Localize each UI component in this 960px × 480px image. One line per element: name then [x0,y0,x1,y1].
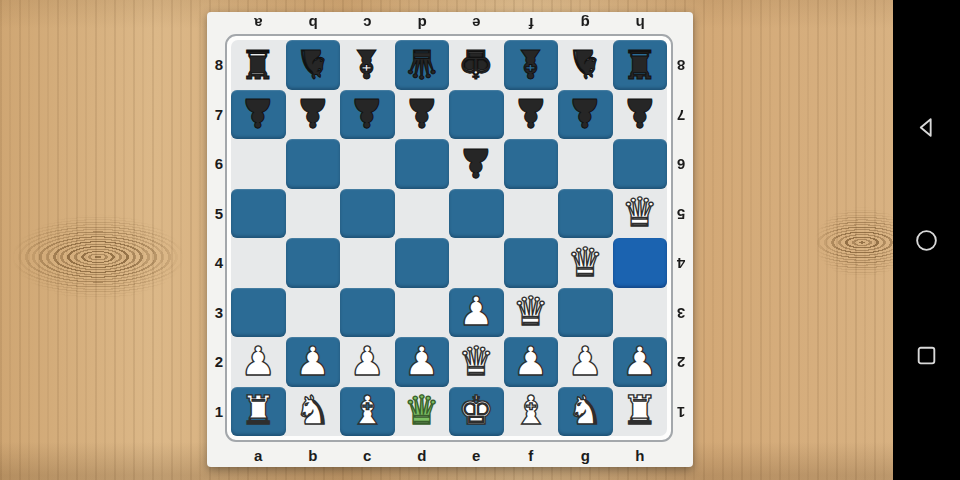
square-e7[interactable] [449,90,504,140]
recents-button[interactable] [914,343,939,368]
recents-square-icon [914,343,939,368]
white-pawn[interactable]: ♟ [622,341,658,381]
black-pawn[interactable]: ♟ [458,143,494,183]
black-knight[interactable]: ♞ [567,44,603,84]
square-b5[interactable] [286,189,341,239]
file-label-h: h [613,446,668,465]
square-g6[interactable] [558,139,613,189]
square-g8[interactable]: ♞ [558,40,613,90]
square-a7[interactable]: ♟ [231,90,286,140]
square-f1[interactable]: ♝ [504,387,559,437]
file-label-c: c [340,446,395,465]
square-c1[interactable]: ♝ [340,387,395,437]
file-label-g: g [558,446,613,465]
square-g7[interactable]: ♟ [558,90,613,140]
white-pawn[interactable]: ♟ [404,341,440,381]
square-a1[interactable]: ♜ [231,387,286,437]
wood-knot-left [8,212,188,302]
square-f2[interactable]: ♟ [504,337,559,387]
square-g5[interactable] [558,189,613,239]
white-queen[interactable]: ♛ [567,242,603,282]
file-label-g: g [558,14,613,33]
screen: abcdefgh abcdefgh 87654321 87654321 ♜♞♝♛… [0,0,960,480]
square-e8[interactable]: ♚ [449,40,504,90]
white-knight[interactable]: ♞ [295,390,331,430]
square-g4[interactable]: ♛ [558,238,613,288]
file-label-f: f [504,14,559,33]
square-d6[interactable] [395,139,450,189]
square-a8[interactable]: ♜ [231,40,286,90]
white-queen[interactable]: ♛ [458,341,494,381]
square-c2[interactable]: ♟ [340,337,395,387]
white-queen[interactable]: ♛ [404,390,440,430]
file-labels-bottom: abcdefgh [231,446,667,465]
square-f7[interactable]: ♟ [504,90,559,140]
white-rook[interactable]: ♜ [240,390,276,430]
square-h3[interactable] [613,288,668,338]
black-pawn[interactable]: ♟ [295,93,331,133]
chessboard[interactable]: ♜♞♝♛♚♝♞♜♟♟♟♟♟♟♟♟♛♛♟♛♟♟♟♟♛♟♟♟♜♞♝♛♚♝♞♜ [231,40,667,436]
square-g2[interactable]: ♟ [558,337,613,387]
white-king[interactable]: ♚ [458,390,494,430]
black-rook[interactable]: ♜ [622,44,658,84]
square-h5[interactable]: ♛ [613,189,668,239]
square-h6[interactable] [613,139,668,189]
rank-labels-right: 87654321 [672,40,690,436]
black-rook[interactable]: ♜ [240,44,276,84]
rank-label-1: 1 [672,387,690,437]
rank-label-5: 5 [672,189,690,239]
square-a5[interactable] [231,189,286,239]
square-b4[interactable] [286,238,341,288]
white-pawn[interactable]: ♟ [295,341,331,381]
white-bishop[interactable]: ♝ [349,390,385,430]
square-g1[interactable]: ♞ [558,387,613,437]
square-b7[interactable]: ♟ [286,90,341,140]
rank-label-7: 7 [672,90,690,140]
white-queen[interactable]: ♛ [622,192,658,232]
file-label-d: d [395,446,450,465]
square-f3[interactable]: ♛ [504,288,559,338]
file-label-a: a [231,14,286,33]
white-pawn[interactable]: ♟ [458,291,494,331]
white-pawn[interactable]: ♟ [513,341,549,381]
square-h8[interactable]: ♜ [613,40,668,90]
square-h1[interactable]: ♜ [613,387,668,437]
square-c7[interactable]: ♟ [340,90,395,140]
square-d2[interactable]: ♟ [395,337,450,387]
file-label-b: b [286,446,341,465]
square-h2[interactable]: ♟ [613,337,668,387]
white-bishop[interactable]: ♝ [513,390,549,430]
black-pawn[interactable]: ♟ [567,93,603,133]
back-triangle-icon [914,115,939,140]
black-pawn[interactable]: ♟ [349,93,385,133]
square-f5[interactable] [504,189,559,239]
android-navigation-bar [893,0,960,480]
square-a4[interactable] [231,238,286,288]
square-e1[interactable]: ♚ [449,387,504,437]
square-c8[interactable]: ♝ [340,40,395,90]
black-pawn[interactable]: ♟ [240,93,276,133]
square-b2[interactable]: ♟ [286,337,341,387]
white-pawn[interactable]: ♟ [349,341,385,381]
file-label-c: c [340,14,395,33]
file-label-b: b [286,14,341,33]
black-pawn[interactable]: ♟ [513,93,549,133]
square-d1[interactable]: ♛ [395,387,450,437]
white-queen[interactable]: ♛ [513,291,549,331]
rank-label-8: 8 [672,40,690,90]
rank-label-6: 6 [672,139,690,189]
square-c5[interactable] [340,189,395,239]
square-a3[interactable] [231,288,286,338]
square-b8[interactable]: ♞ [286,40,341,90]
chessboard-frame: abcdefgh abcdefgh 87654321 87654321 ♜♞♝♛… [207,12,693,467]
file-label-f: f [504,446,559,465]
rank-label-2: 2 [672,337,690,387]
square-e5[interactable] [449,189,504,239]
black-queen[interactable]: ♛ [404,44,440,84]
black-knight[interactable]: ♞ [295,44,331,84]
white-rook[interactable]: ♜ [622,390,658,430]
file-labels-top: abcdefgh [231,14,667,33]
square-e4[interactable] [449,238,504,288]
rank-label-3: 3 [672,288,690,338]
back-button[interactable] [914,115,939,140]
square-h7[interactable]: ♟ [613,90,668,140]
rank-label-4: 4 [672,238,690,288]
file-label-e: e [449,446,504,465]
square-d7[interactable]: ♟ [395,90,450,140]
square-g3[interactable] [558,288,613,338]
black-pawn[interactable]: ♟ [404,93,440,133]
black-pawn[interactable]: ♟ [622,93,658,133]
square-a2[interactable]: ♟ [231,337,286,387]
file-label-a: a [231,446,286,465]
square-b3[interactable] [286,288,341,338]
home-button[interactable] [914,228,939,253]
square-d3[interactable] [395,288,450,338]
square-a6[interactable] [231,139,286,189]
square-d4[interactable] [395,238,450,288]
black-bishop[interactable]: ♝ [513,44,549,84]
square-e3[interactable]: ♟ [449,288,504,338]
square-c3[interactable] [340,288,395,338]
square-b1[interactable]: ♞ [286,387,341,437]
file-label-e: e [449,14,504,33]
square-c4[interactable] [340,238,395,288]
square-e6[interactable]: ♟ [449,139,504,189]
home-circle-icon [914,228,939,253]
square-e2[interactable]: ♛ [449,337,504,387]
square-b6[interactable] [286,139,341,189]
white-pawn[interactable]: ♟ [240,341,276,381]
black-bishop[interactable]: ♝ [349,44,385,84]
square-f8[interactable]: ♝ [504,40,559,90]
file-label-h: h [613,14,668,33]
square-h4[interactable] [613,238,668,288]
square-f4[interactable] [504,238,559,288]
square-d5[interactable] [395,189,450,239]
white-knight[interactable]: ♞ [567,390,603,430]
square-d8[interactable]: ♛ [395,40,450,90]
square-f6[interactable] [504,139,559,189]
file-label-d: d [395,14,450,33]
white-pawn[interactable]: ♟ [567,341,603,381]
square-c6[interactable] [340,139,395,189]
black-king[interactable]: ♚ [458,44,494,84]
